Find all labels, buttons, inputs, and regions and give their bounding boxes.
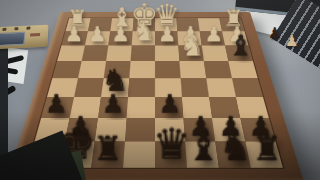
square-h3: [57, 45, 85, 61]
square-h1: ♜: [66, 18, 91, 31]
square-g7: ♟: [65, 118, 98, 141]
square-c6: [182, 97, 212, 118]
desk-scene: ♟ ♟ ♜♝♚♛♜♟♟♟♞♟♟♟♟♞♝♞♟♟♟♟♟♟♟♚♜♛♝♞♜: [0, 0, 320, 180]
chess-clock: [0, 25, 49, 50]
clock-logo: [30, 33, 40, 37]
square-c4: [179, 61, 206, 78]
square-b1: [198, 18, 222, 31]
white-rook: ♜: [66, 7, 87, 30]
square-a5: [232, 78, 263, 97]
square-f5: ♞: [101, 78, 129, 97]
square-e7: [125, 118, 155, 141]
captured-white-pawn: ♟: [285, 34, 298, 49]
clock-button: [14, 27, 18, 30]
white-queen: ♛: [153, 1, 180, 31]
square-b5: [206, 78, 236, 97]
clock-button: [2, 28, 6, 31]
square-d3: [155, 45, 179, 61]
square-a6: [236, 97, 269, 118]
square-g5: [74, 78, 104, 97]
square-d6: ♟: [155, 97, 183, 118]
square-a8: ♜: [245, 141, 283, 167]
square-d7: [155, 118, 185, 141]
square-e5: [128, 78, 155, 97]
square-c8: ♝: [185, 141, 219, 167]
square-g6: [70, 97, 101, 118]
square-e2: ♞: [132, 31, 155, 45]
white-king: ♚: [130, 0, 158, 31]
square-d2: ♟: [155, 31, 178, 45]
black-pawn: ♟: [248, 113, 272, 140]
white-knight: ♞: [131, 18, 155, 45]
square-c7: ♟: [183, 118, 215, 141]
square-a4: [228, 61, 257, 78]
white-bishop: ♝: [110, 4, 134, 31]
square-e1: ♚: [133, 18, 155, 31]
square-b4: [204, 61, 232, 78]
square-h5: [47, 78, 78, 97]
square-b3: [202, 45, 229, 61]
square-g1: [88, 18, 112, 31]
square-g2: ♟: [85, 31, 110, 45]
square-b2: ♟: [200, 31, 225, 45]
square-e3: [131, 45, 155, 61]
square-g4: [78, 61, 106, 78]
square-d1: ♛: [155, 18, 177, 31]
square-a1: ♜: [219, 18, 244, 31]
square-f8: ♜: [91, 141, 125, 167]
square-a2: ♟: [222, 31, 248, 45]
captured-black-pawn: ♟: [268, 26, 281, 41]
black-pawn: ♟: [188, 113, 212, 140]
square-a3: ♝: [225, 45, 253, 61]
black-pawn: ♟: [218, 113, 242, 140]
square-f1: ♝: [110, 18, 133, 31]
square-c1: [176, 18, 199, 31]
square-d4: [155, 61, 181, 78]
square-d5: [155, 78, 182, 97]
square-d8: ♛: [155, 141, 187, 167]
square-f6: ♟: [98, 97, 128, 118]
clock-display: [0, 32, 25, 47]
square-e8: [123, 141, 155, 167]
square-c2: ♟: [177, 31, 201, 45]
square-f7: [95, 118, 127, 141]
square-f4: [104, 61, 131, 78]
square-h4: [52, 61, 81, 78]
square-e4: [129, 61, 155, 78]
square-a7: ♟: [240, 118, 275, 141]
square-f2: ♟: [108, 31, 132, 45]
black-pawn: ♟: [68, 113, 92, 140]
square-c5: [181, 78, 209, 97]
square-e6: [127, 97, 155, 118]
white-rook: ♜: [223, 7, 244, 30]
square-f3: [106, 45, 132, 61]
clock-button: [26, 26, 30, 29]
square-g3: [82, 45, 109, 61]
square-h2: ♟: [62, 31, 88, 45]
black-bishop: ♝: [186, 128, 220, 166]
square-c3: ♞: [178, 45, 204, 61]
